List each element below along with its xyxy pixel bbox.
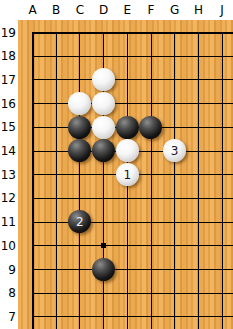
column-label-G: G (163, 0, 187, 20)
white-stone-C16[interactable] (68, 92, 91, 115)
row-label-18: 18 (0, 47, 16, 65)
row-label-11: 11 (0, 213, 16, 231)
black-stone-E15[interactable] (116, 116, 139, 139)
black-stone-C11[interactable]: 2 (68, 210, 91, 233)
row-label-17: 17 (0, 71, 16, 89)
black-stone-D14[interactable] (92, 139, 115, 162)
row-label-16: 16 (0, 95, 16, 113)
column-label-B: B (44, 0, 68, 20)
row-labels: 19181716151413121110987 (0, 20, 18, 329)
row-label-8: 8 (0, 284, 16, 302)
row-label-13: 13 (0, 166, 16, 184)
white-stone-E14[interactable] (116, 139, 139, 162)
white-stone-D17[interactable] (92, 68, 115, 91)
row-label-9: 9 (0, 261, 16, 279)
column-label-E: E (115, 0, 139, 20)
move-number-3: 3 (171, 145, 179, 157)
row-label-19: 19 (0, 24, 16, 42)
row-label-10: 10 (0, 237, 16, 255)
row-label-7: 7 (0, 308, 16, 326)
white-stone-E13[interactable]: 1 (116, 163, 139, 186)
white-stone-D16[interactable] (92, 92, 115, 115)
column-label-C: C (68, 0, 92, 20)
column-label-D: D (92, 0, 116, 20)
column-label-H: H (186, 0, 210, 20)
column-labels: ABCDEFGHJ (0, 0, 233, 20)
white-stone-D15[interactable] (92, 116, 115, 139)
black-stone-F15[interactable] (139, 116, 162, 139)
move-number-1: 1 (123, 169, 131, 181)
black-stone-C14[interactable] (68, 139, 91, 162)
stones-layer: 312 (21, 21, 233, 329)
column-label-J: J (210, 0, 233, 20)
white-stone-G14[interactable]: 3 (163, 139, 186, 162)
move-number-2: 2 (76, 216, 84, 228)
go-diagram: ABCDEFGHJ 19181716151413121110987 312 (0, 0, 233, 329)
row-label-15: 15 (0, 118, 16, 136)
black-stone-D9[interactable] (92, 258, 115, 281)
row-label-12: 12 (0, 189, 16, 207)
column-label-A: A (21, 0, 45, 20)
black-stone-C15[interactable] (68, 116, 91, 139)
goban-board[interactable]: 312 (18, 20, 233, 329)
column-label-F: F (139, 0, 163, 20)
row-label-14: 14 (0, 142, 16, 160)
